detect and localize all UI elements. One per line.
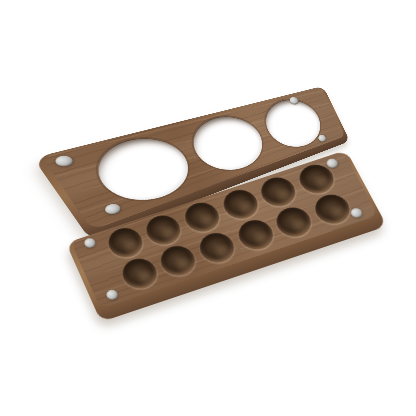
pit-r2-c5 [272,203,317,241]
pit-r1-c5 [256,173,301,210]
pit-r2-c6 [310,190,356,228]
pit-r2-c4 [233,216,278,254]
pit-r1-c2 [142,211,186,249]
pit-r1-c3 [180,198,224,236]
pit-r2-c3 [195,229,240,267]
pit-r2-c2 [156,242,201,280]
pit-r1-c4 [218,186,263,223]
product-photo [0,0,416,416]
pit-r2-c1 [117,254,162,293]
pit-r1-c1 [103,224,147,262]
